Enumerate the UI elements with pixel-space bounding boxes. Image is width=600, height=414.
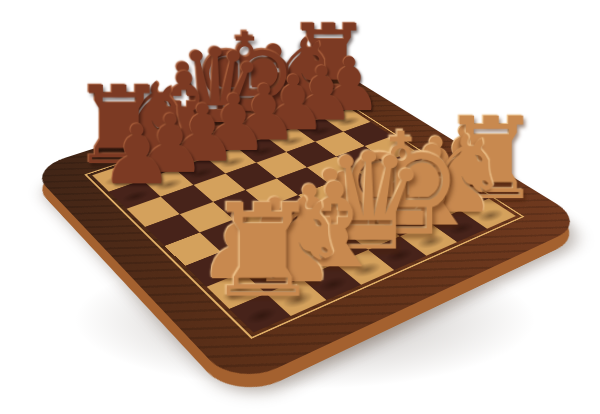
chess-set-photo: ♜♞♝♛♚♝♞♜♟♟♟♟♟♟♟♟♟♟♟♟♟♟♟♟♜♞♝♛♚♝♞♜: [0, 0, 600, 414]
piece-white-rook-a1[interactable]: ♜: [159, 187, 367, 316]
